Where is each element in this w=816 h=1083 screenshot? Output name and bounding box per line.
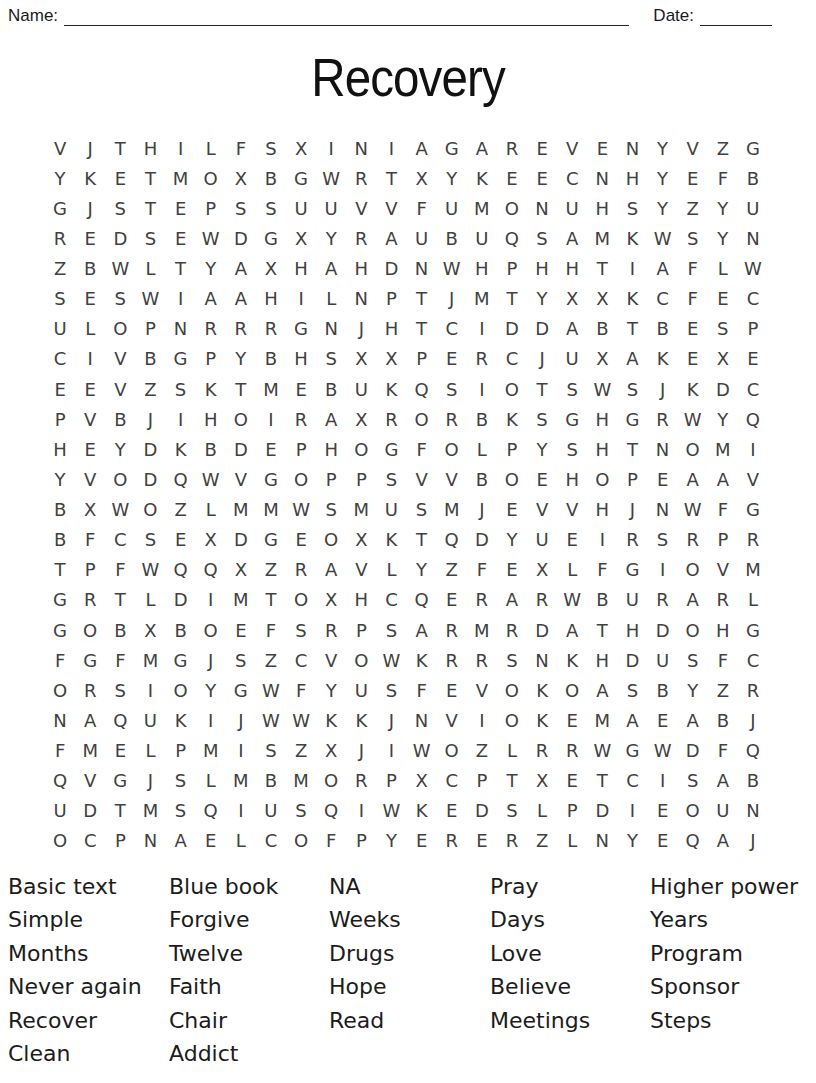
grid-cell-r3c9[interactable]: U <box>286 193 316 223</box>
grid-cell-r19c14[interactable]: E <box>437 675 467 705</box>
grid-cell-r2c9[interactable]: G <box>286 163 316 193</box>
grid-cell-r15c9[interactable]: R <box>286 555 316 585</box>
grid-cell-r2c18[interactable]: C <box>557 163 587 193</box>
grid-cell-r9c6[interactable]: K <box>196 374 226 404</box>
grid-cell-r7c7[interactable]: R <box>226 314 256 344</box>
grid-cell-r18c5[interactable]: G <box>166 645 196 675</box>
grid-cell-r15c10[interactable]: A <box>316 555 346 585</box>
grid-cell-r4c20[interactable]: K <box>617 223 647 253</box>
grid-cell-r6c24[interactable]: C <box>738 284 768 314</box>
grid-cell-r15c6[interactable]: Q <box>196 555 226 585</box>
grid-cell-r20c3[interactable]: Q <box>105 705 135 735</box>
grid-cell-r16c13[interactable]: Q <box>407 585 437 615</box>
grid-cell-r11c16[interactable]: P <box>497 434 527 464</box>
grid-cell-r17c5[interactable]: B <box>166 615 196 645</box>
grid-cell-r2c2[interactable]: K <box>75 163 105 193</box>
grid-cell-r1c20[interactable]: N <box>617 133 647 163</box>
grid-cell-r21c21[interactable]: W <box>648 736 678 766</box>
grid-cell-r20c2[interactable]: A <box>75 705 105 735</box>
grid-cell-r11c2[interactable]: E <box>75 434 105 464</box>
grid-cell-r16c12[interactable]: C <box>376 585 406 615</box>
grid-cell-r18c4[interactable]: M <box>135 645 165 675</box>
grid-cell-r13c12[interactable]: U <box>376 495 406 525</box>
grid-cell-r14c9[interactable]: E <box>286 525 316 555</box>
grid-cell-r10c24[interactable]: Q <box>738 404 768 434</box>
grid-cell-r5c7[interactable]: A <box>226 254 256 284</box>
grid-cell-r18c13[interactable]: K <box>407 645 437 675</box>
grid-cell-r3c12[interactable]: V <box>376 193 406 223</box>
grid-cell-r7c19[interactable]: B <box>587 314 617 344</box>
grid-cell-r9c16[interactable]: O <box>497 374 527 404</box>
grid-cell-r8c19[interactable]: X <box>587 344 617 374</box>
grid-cell-r10c11[interactable]: X <box>346 404 376 434</box>
grid-cell-r5c24[interactable]: W <box>738 254 768 284</box>
grid-cell-r22c4[interactable]: J <box>135 766 165 796</box>
grid-cell-r13c16[interactable]: E <box>497 495 527 525</box>
grid-cell-r18c17[interactable]: N <box>527 645 557 675</box>
grid-cell-r4c3[interactable]: D <box>105 223 135 253</box>
grid-cell-r3c14[interactable]: U <box>437 193 467 223</box>
grid-cell-r12c22[interactable]: A <box>678 464 708 494</box>
grid-cell-r10c16[interactable]: K <box>497 404 527 434</box>
grid-cell-r11c20[interactable]: T <box>617 434 647 464</box>
grid-cell-r12c17[interactable]: E <box>527 464 557 494</box>
grid-cell-r6c8[interactable]: H <box>256 284 286 314</box>
grid-cell-r4c1[interactable]: R <box>45 223 75 253</box>
grid-cell-r8c22[interactable]: E <box>678 344 708 374</box>
grid-cell-r15c19[interactable]: F <box>587 555 617 585</box>
grid-cell-r7c11[interactable]: J <box>346 314 376 344</box>
grid-cell-r2c24[interactable]: B <box>738 163 768 193</box>
grid-cell-r18c8[interactable]: Z <box>256 645 286 675</box>
grid-cell-r10c21[interactable]: R <box>648 404 678 434</box>
grid-cell-r24c8[interactable]: C <box>256 826 286 856</box>
grid-cell-r2c22[interactable]: E <box>678 163 708 193</box>
grid-cell-r14c5[interactable]: E <box>166 525 196 555</box>
grid-cell-r22c19[interactable]: T <box>587 766 617 796</box>
grid-cell-r2c1[interactable]: Y <box>45 163 75 193</box>
grid-cell-r2c12[interactable]: T <box>376 163 406 193</box>
grid-cell-r7c12[interactable]: H <box>376 314 406 344</box>
grid-cell-r3c5[interactable]: E <box>166 193 196 223</box>
grid-cell-r14c22[interactable]: R <box>678 525 708 555</box>
grid-cell-r8c24[interactable]: E <box>738 344 768 374</box>
grid-cell-r11c7[interactable]: D <box>226 434 256 464</box>
grid-cell-r22c2[interactable]: V <box>75 766 105 796</box>
grid-cell-r16c14[interactable]: E <box>437 585 467 615</box>
grid-cell-r4c13[interactable]: U <box>407 223 437 253</box>
grid-cell-r22c8[interactable]: B <box>256 766 286 796</box>
grid-cell-r10c22[interactable]: W <box>678 404 708 434</box>
grid-cell-r14c6[interactable]: X <box>196 525 226 555</box>
grid-cell-r12c9[interactable]: O <box>286 464 316 494</box>
grid-cell-r18c11[interactable]: O <box>346 645 376 675</box>
grid-cell-r19c10[interactable]: Y <box>316 675 346 705</box>
grid-cell-r23c22[interactable]: O <box>678 796 708 826</box>
grid-cell-r15c12[interactable]: L <box>376 555 406 585</box>
grid-cell-r24c3[interactable]: P <box>105 826 135 856</box>
grid-cell-r16c17[interactable]: R <box>527 585 557 615</box>
grid-cell-r23c24[interactable]: N <box>738 796 768 826</box>
grid-cell-r13c14[interactable]: M <box>437 495 467 525</box>
grid-cell-r16c15[interactable]: R <box>467 585 497 615</box>
grid-cell-r10c10[interactable]: A <box>316 404 346 434</box>
grid-cell-r1c2[interactable]: J <box>75 133 105 163</box>
grid-cell-r19c3[interactable]: S <box>105 675 135 705</box>
grid-cell-r19c1[interactable]: O <box>45 675 75 705</box>
grid-cell-r6c22[interactable]: F <box>678 284 708 314</box>
grid-cell-r11c3[interactable]: Y <box>105 434 135 464</box>
grid-cell-r21c7[interactable]: I <box>226 736 256 766</box>
grid-cell-r12c8[interactable]: G <box>256 464 286 494</box>
grid-cell-r11c19[interactable]: H <box>587 434 617 464</box>
grid-cell-r21c9[interactable]: Z <box>286 736 316 766</box>
grid-cell-r7c18[interactable]: A <box>557 314 587 344</box>
grid-cell-r21c24[interactable]: Q <box>738 736 768 766</box>
grid-cell-r5c12[interactable]: D <box>376 254 406 284</box>
grid-cell-r2c5[interactable]: M <box>166 163 196 193</box>
grid-cell-r3c15[interactable]: M <box>467 193 497 223</box>
grid-cell-r9c5[interactable]: S <box>166 374 196 404</box>
grid-cell-r23c15[interactable]: D <box>467 796 497 826</box>
grid-cell-r2c8[interactable]: B <box>256 163 286 193</box>
grid-cell-r7c6[interactable]: R <box>196 314 226 344</box>
grid-cell-r8c21[interactable]: K <box>648 344 678 374</box>
grid-cell-r19c24[interactable]: R <box>738 675 768 705</box>
grid-cell-r21c18[interactable]: R <box>557 736 587 766</box>
grid-cell-r24c1[interactable]: O <box>45 826 75 856</box>
grid-cell-r12c13[interactable]: V <box>407 464 437 494</box>
grid-cell-r14c10[interactable]: O <box>316 525 346 555</box>
grid-cell-r24c15[interactable]: E <box>467 826 497 856</box>
grid-cell-r23c8[interactable]: U <box>256 796 286 826</box>
grid-cell-r15c14[interactable]: Z <box>437 555 467 585</box>
grid-cell-r6c19[interactable]: X <box>587 284 617 314</box>
grid-cell-r20c9[interactable]: W <box>286 705 316 735</box>
grid-cell-r17c19[interactable]: T <box>587 615 617 645</box>
grid-cell-r3c24[interactable]: U <box>738 193 768 223</box>
grid-cell-r11c14[interactable]: O <box>437 434 467 464</box>
grid-cell-r20c20[interactable]: A <box>617 705 647 735</box>
grid-cell-r22c11[interactable]: R <box>346 766 376 796</box>
grid-cell-r12c3[interactable]: O <box>105 464 135 494</box>
grid-cell-r19c4[interactable]: I <box>135 675 165 705</box>
grid-cell-r16c5[interactable]: D <box>166 585 196 615</box>
grid-cell-r20c15[interactable]: I <box>467 705 497 735</box>
grid-cell-r19c23[interactable]: Z <box>708 675 738 705</box>
grid-cell-r3c19[interactable]: H <box>587 193 617 223</box>
grid-cell-r19c5[interactable]: O <box>166 675 196 705</box>
grid-cell-r13c3[interactable]: W <box>105 495 135 525</box>
grid-cell-r7c13[interactable]: T <box>407 314 437 344</box>
grid-cell-r24c11[interactable]: P <box>346 826 376 856</box>
grid-cell-r11c9[interactable]: P <box>286 434 316 464</box>
grid-cell-r21c1[interactable]: F <box>45 736 75 766</box>
grid-cell-r23c1[interactable]: U <box>45 796 75 826</box>
grid-cell-r21c20[interactable]: G <box>617 736 647 766</box>
grid-cell-r5c21[interactable]: A <box>648 254 678 284</box>
grid-cell-r21c6[interactable]: M <box>196 736 226 766</box>
grid-cell-r1c4[interactable]: H <box>135 133 165 163</box>
grid-cell-r20c5[interactable]: K <box>166 705 196 735</box>
grid-cell-r4c15[interactable]: U <box>467 223 497 253</box>
grid-cell-r14c12[interactable]: K <box>376 525 406 555</box>
grid-cell-r21c23[interactable]: F <box>708 736 738 766</box>
grid-cell-r18c7[interactable]: S <box>226 645 256 675</box>
grid-cell-r1c3[interactable]: T <box>105 133 135 163</box>
grid-cell-r12c19[interactable]: O <box>587 464 617 494</box>
grid-cell-r9c21[interactable]: J <box>648 374 678 404</box>
grid-cell-r6c20[interactable]: K <box>617 284 647 314</box>
grid-cell-r7c16[interactable]: D <box>497 314 527 344</box>
grid-cell-r2c4[interactable]: T <box>135 163 165 193</box>
grid-cell-r15c23[interactable]: V <box>708 555 738 585</box>
grid-cell-r19c15[interactable]: V <box>467 675 497 705</box>
grid-cell-r14c15[interactable]: D <box>467 525 497 555</box>
grid-cell-r4c4[interactable]: S <box>135 223 165 253</box>
grid-cell-r8c3[interactable]: V <box>105 344 135 374</box>
grid-cell-r13c17[interactable]: V <box>527 495 557 525</box>
grid-cell-r18c12[interactable]: W <box>376 645 406 675</box>
grid-cell-r9c23[interactable]: D <box>708 374 738 404</box>
grid-cell-r9c4[interactable]: Z <box>135 374 165 404</box>
grid-cell-r5c8[interactable]: X <box>256 254 286 284</box>
grid-cell-r7c5[interactable]: N <box>166 314 196 344</box>
grid-cell-r21c15[interactable]: Z <box>467 736 497 766</box>
grid-cell-r24c16[interactable]: R <box>497 826 527 856</box>
grid-cell-r7c20[interactable]: T <box>617 314 647 344</box>
grid-cell-r7c8[interactable]: R <box>256 314 286 344</box>
grid-cell-r14c14[interactable]: Q <box>437 525 467 555</box>
grid-cell-r10c15[interactable]: B <box>467 404 497 434</box>
grid-cell-r9c13[interactable]: Q <box>407 374 437 404</box>
grid-cell-r20c10[interactable]: K <box>316 705 346 735</box>
grid-cell-r5c16[interactable]: P <box>497 254 527 284</box>
grid-cell-r5c22[interactable]: F <box>678 254 708 284</box>
grid-cell-r3c6[interactable]: P <box>196 193 226 223</box>
grid-cell-r9c15[interactable]: I <box>467 374 497 404</box>
grid-cell-r3c1[interactable]: G <box>45 193 75 223</box>
grid-cell-r14c16[interactable]: Y <box>497 525 527 555</box>
grid-cell-r7c17[interactable]: D <box>527 314 557 344</box>
grid-cell-r8c4[interactable]: B <box>135 344 165 374</box>
grid-cell-r13c7[interactable]: M <box>226 495 256 525</box>
grid-cell-r4c24[interactable]: N <box>738 223 768 253</box>
grid-cell-r12c20[interactable]: P <box>617 464 647 494</box>
grid-cell-r17c21[interactable]: D <box>648 615 678 645</box>
grid-cell-r16c9[interactable]: O <box>286 585 316 615</box>
grid-cell-r5c6[interactable]: Y <box>196 254 226 284</box>
grid-cell-r8c13[interactable]: P <box>407 344 437 374</box>
grid-cell-r6c11[interactable]: N <box>346 284 376 314</box>
grid-cell-r20c14[interactable]: V <box>437 705 467 735</box>
grid-cell-r20c4[interactable]: U <box>135 705 165 735</box>
grid-cell-r17c10[interactable]: R <box>316 615 346 645</box>
grid-cell-r8c10[interactable]: S <box>316 344 346 374</box>
grid-cell-r17c23[interactable]: H <box>708 615 738 645</box>
grid-cell-r10c19[interactable]: H <box>587 404 617 434</box>
grid-cell-r1c9[interactable]: X <box>286 133 316 163</box>
grid-cell-r20c21[interactable]: E <box>648 705 678 735</box>
grid-cell-r12c21[interactable]: E <box>648 464 678 494</box>
grid-cell-r9c17[interactable]: T <box>527 374 557 404</box>
grid-cell-r10c8[interactable]: I <box>256 404 286 434</box>
grid-cell-r19c16[interactable]: O <box>497 675 527 705</box>
grid-cell-r11c11[interactable]: O <box>346 434 376 464</box>
grid-cell-r17c18[interactable]: A <box>557 615 587 645</box>
grid-cell-r17c8[interactable]: F <box>256 615 286 645</box>
grid-cell-r19c13[interactable]: F <box>407 675 437 705</box>
grid-cell-r1c1[interactable]: V <box>45 133 75 163</box>
grid-cell-r12c1[interactable]: Y <box>45 464 75 494</box>
grid-cell-r13c1[interactable]: B <box>45 495 75 525</box>
grid-cell-r18c2[interactable]: G <box>75 645 105 675</box>
grid-cell-r2c20[interactable]: H <box>617 163 647 193</box>
grid-cell-r15c2[interactable]: P <box>75 555 105 585</box>
grid-cell-r24c9[interactable]: O <box>286 826 316 856</box>
grid-cell-r23c21[interactable]: E <box>648 796 678 826</box>
grid-cell-r6c21[interactable]: C <box>648 284 678 314</box>
grid-cell-r19c18[interactable]: O <box>557 675 587 705</box>
grid-cell-r15c15[interactable]: F <box>467 555 497 585</box>
grid-cell-r14c1[interactable]: B <box>45 525 75 555</box>
grid-cell-r11c23[interactable]: M <box>708 434 738 464</box>
grid-cell-r13c11[interactable]: M <box>346 495 376 525</box>
grid-cell-r16c7[interactable]: M <box>226 585 256 615</box>
grid-cell-r23c3[interactable]: T <box>105 796 135 826</box>
grid-cell-r17c13[interactable]: A <box>407 615 437 645</box>
grid-cell-r6c23[interactable]: E <box>708 284 738 314</box>
grid-cell-r23c10[interactable]: Q <box>316 796 346 826</box>
grid-cell-r18c1[interactable]: F <box>45 645 75 675</box>
grid-cell-r2c17[interactable]: E <box>527 163 557 193</box>
grid-cell-r15c4[interactable]: W <box>135 555 165 585</box>
grid-cell-r16c2[interactable]: R <box>75 585 105 615</box>
grid-cell-r23c5[interactable]: S <box>166 796 196 826</box>
grid-cell-r12c10[interactable]: P <box>316 464 346 494</box>
grid-cell-r1c17[interactable]: E <box>527 133 557 163</box>
grid-cell-r6c9[interactable]: I <box>286 284 316 314</box>
grid-cell-r14c3[interactable]: C <box>105 525 135 555</box>
grid-cell-r18c22[interactable]: S <box>678 645 708 675</box>
grid-cell-r12c4[interactable]: D <box>135 464 165 494</box>
grid-cell-r18c24[interactable]: C <box>738 645 768 675</box>
grid-cell-r3c18[interactable]: U <box>557 193 587 223</box>
grid-cell-r8c7[interactable]: Y <box>226 344 256 374</box>
grid-cell-r14c17[interactable]: U <box>527 525 557 555</box>
grid-cell-r13c9[interactable]: W <box>286 495 316 525</box>
grid-cell-r17c22[interactable]: O <box>678 615 708 645</box>
grid-cell-r3c23[interactable]: Y <box>708 193 738 223</box>
grid-cell-r16c24[interactable]: L <box>738 585 768 615</box>
grid-cell-r4c21[interactable]: W <box>648 223 678 253</box>
grid-cell-r12c16[interactable]: O <box>497 464 527 494</box>
grid-cell-r10c1[interactable]: P <box>45 404 75 434</box>
grid-cell-r9c2[interactable]: E <box>75 374 105 404</box>
grid-cell-r3c2[interactable]: J <box>75 193 105 223</box>
grid-cell-r4c19[interactable]: M <box>587 223 617 253</box>
grid-cell-r12c12[interactable]: S <box>376 464 406 494</box>
grid-cell-r23c2[interactable]: D <box>75 796 105 826</box>
grid-cell-r23c14[interactable]: E <box>437 796 467 826</box>
grid-cell-r5c1[interactable]: Z <box>45 254 75 284</box>
grid-cell-r21c11[interactable]: J <box>346 736 376 766</box>
grid-cell-r12c23[interactable]: A <box>708 464 738 494</box>
grid-cell-r16c16[interactable]: A <box>497 585 527 615</box>
grid-cell-r21c17[interactable]: R <box>527 736 557 766</box>
grid-cell-r17c20[interactable]: H <box>617 615 647 645</box>
grid-cell-r19c12[interactable]: S <box>376 675 406 705</box>
grid-cell-r19c9[interactable]: F <box>286 675 316 705</box>
grid-cell-r6c3[interactable]: S <box>105 284 135 314</box>
grid-cell-r5c13[interactable]: N <box>407 254 437 284</box>
grid-cell-r9c11[interactable]: U <box>346 374 376 404</box>
grid-cell-r6c12[interactable]: P <box>376 284 406 314</box>
grid-cell-r6c15[interactable]: M <box>467 284 497 314</box>
grid-cell-r13c15[interactable]: J <box>467 495 497 525</box>
grid-cell-r2c16[interactable]: E <box>497 163 527 193</box>
grid-cell-r22c14[interactable]: C <box>437 766 467 796</box>
grid-cell-r17c9[interactable]: S <box>286 615 316 645</box>
grid-cell-r17c11[interactable]: P <box>346 615 376 645</box>
grid-cell-r13c8[interactable]: M <box>256 495 286 525</box>
grid-cell-r15c17[interactable]: X <box>527 555 557 585</box>
grid-cell-r5c5[interactable]: T <box>166 254 196 284</box>
grid-cell-r12c7[interactable]: V <box>226 464 256 494</box>
grid-cell-r14c18[interactable]: E <box>557 525 587 555</box>
grid-cell-r15c16[interactable]: E <box>497 555 527 585</box>
grid-cell-r18c21[interactable]: U <box>648 645 678 675</box>
grid-cell-r21c22[interactable]: D <box>678 736 708 766</box>
grid-cell-r5c17[interactable]: H <box>527 254 557 284</box>
grid-cell-r14c8[interactable]: G <box>256 525 286 555</box>
grid-cell-r16c4[interactable]: L <box>135 585 165 615</box>
grid-cell-r18c14[interactable]: R <box>437 645 467 675</box>
grid-cell-r23c13[interactable]: K <box>407 796 437 826</box>
grid-cell-r15c13[interactable]: Y <box>407 555 437 585</box>
grid-cell-r10c2[interactable]: V <box>75 404 105 434</box>
grid-cell-r1c7[interactable]: F <box>226 133 256 163</box>
grid-cell-r1c22[interactable]: V <box>678 133 708 163</box>
grid-cell-r21c12[interactable]: I <box>376 736 406 766</box>
grid-cell-r2c7[interactable]: X <box>226 163 256 193</box>
grid-cell-r2c19[interactable]: N <box>587 163 617 193</box>
grid-cell-r1c12[interactable]: I <box>376 133 406 163</box>
grid-cell-r22c6[interactable]: L <box>196 766 226 796</box>
grid-cell-r21c3[interactable]: E <box>105 736 135 766</box>
grid-cell-r13c18[interactable]: V <box>557 495 587 525</box>
grid-cell-r13c13[interactable]: S <box>407 495 437 525</box>
grid-cell-r21c19[interactable]: W <box>587 736 617 766</box>
grid-cell-r8c12[interactable]: X <box>376 344 406 374</box>
grid-cell-r3c20[interactable]: S <box>617 193 647 223</box>
grid-cell-r3c11[interactable]: V <box>346 193 376 223</box>
grid-cell-r19c17[interactable]: K <box>527 675 557 705</box>
grid-cell-r13c4[interactable]: O <box>135 495 165 525</box>
grid-cell-r22c16[interactable]: T <box>497 766 527 796</box>
grid-cell-r4c17[interactable]: S <box>527 223 557 253</box>
grid-cell-r4c5[interactable]: E <box>166 223 196 253</box>
grid-cell-r11c15[interactable]: L <box>467 434 497 464</box>
grid-cell-r4c14[interactable]: B <box>437 223 467 253</box>
grid-cell-r12c15[interactable]: B <box>467 464 497 494</box>
grid-cell-r4c22[interactable]: S <box>678 223 708 253</box>
grid-cell-r19c22[interactable]: Y <box>678 675 708 705</box>
grid-cell-r19c20[interactable]: S <box>617 675 647 705</box>
grid-cell-r17c2[interactable]: O <box>75 615 105 645</box>
grid-cell-r21c16[interactable]: L <box>497 736 527 766</box>
grid-cell-r3c7[interactable]: S <box>226 193 256 223</box>
